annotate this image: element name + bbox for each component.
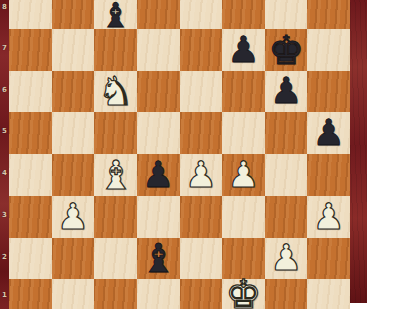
square-h1[interactable]	[307, 279, 350, 309]
square-a8[interactable]	[9, 0, 52, 29]
square-e1[interactable]	[180, 279, 223, 309]
square-a3[interactable]	[9, 196, 52, 238]
white-pawn-h3[interactable]: ♟	[313, 199, 345, 235]
square-c2[interactable]	[94, 238, 137, 280]
white-pawn-g2[interactable]: ♟	[270, 240, 302, 276]
square-g8[interactable]	[265, 0, 308, 29]
rank-label-7: 7	[0, 45, 9, 52]
square-a4[interactable]	[9, 154, 52, 196]
white-pawn-b3[interactable]: ♟	[57, 199, 89, 235]
square-e2[interactable]	[180, 238, 223, 280]
black-bishop-d2[interactable]: ♝	[140, 238, 176, 278]
square-h4[interactable]	[307, 154, 350, 196]
rank-label-5: 5	[0, 128, 9, 135]
square-g3[interactable]	[265, 196, 308, 238]
chess-diagram-page: 87654321 ♝♟♚♞♟♟♝♟♟♟♟♟♝♟♚	[0, 0, 414, 311]
square-g7[interactable]: ♚	[265, 29, 308, 71]
square-d5[interactable]	[137, 112, 180, 154]
white-pawn-f4[interactable]: ♟	[227, 157, 259, 193]
square-b5[interactable]	[52, 112, 95, 154]
square-c7[interactable]	[94, 29, 137, 71]
square-h8[interactable]	[307, 0, 350, 29]
black-pawn-g6[interactable]: ♟	[270, 73, 302, 109]
square-f8[interactable]	[222, 0, 265, 29]
square-a7[interactable]	[9, 29, 52, 71]
square-g5[interactable]	[265, 112, 308, 154]
square-c3[interactable]	[94, 196, 137, 238]
black-pawn-h5[interactable]: ♟	[313, 115, 345, 151]
square-b3[interactable]: ♟	[52, 196, 95, 238]
square-b6[interactable]	[52, 71, 95, 113]
square-d7[interactable]	[137, 29, 180, 71]
board-left-border: 87654321	[0, 0, 9, 309]
square-b1[interactable]	[52, 279, 95, 309]
white-knight-c6[interactable]: ♞	[98, 71, 134, 111]
white-pawn-e4[interactable]: ♟	[185, 157, 217, 193]
square-f6[interactable]	[222, 71, 265, 113]
chess-board: ♝♟♚♞♟♟♝♟♟♟♟♟♝♟♚	[9, 0, 350, 309]
white-king-f1[interactable]: ♚	[226, 274, 262, 309]
square-a2[interactable]	[9, 238, 52, 280]
square-c1[interactable]	[94, 279, 137, 309]
black-king-g7[interactable]: ♚	[268, 30, 304, 70]
square-g2[interactable]: ♟	[265, 238, 308, 280]
square-d2[interactable]: ♝	[137, 238, 180, 280]
square-h2[interactable]	[307, 238, 350, 280]
board-right-border	[350, 0, 367, 303]
square-a5[interactable]	[9, 112, 52, 154]
rank-label-1: 1	[0, 292, 9, 299]
square-h7[interactable]	[307, 29, 350, 71]
rank-label-3: 3	[0, 212, 9, 219]
square-c6[interactable]: ♞	[94, 71, 137, 113]
square-e6[interactable]	[180, 71, 223, 113]
square-f7[interactable]: ♟	[222, 29, 265, 71]
square-b2[interactable]	[52, 238, 95, 280]
square-d1[interactable]	[137, 279, 180, 309]
square-a6[interactable]	[9, 71, 52, 113]
rank-label-4: 4	[0, 170, 9, 177]
square-b8[interactable]	[52, 0, 95, 29]
square-f4[interactable]: ♟	[222, 154, 265, 196]
square-e7[interactable]	[180, 29, 223, 71]
rank-label-2: 2	[0, 254, 9, 261]
square-f1[interactable]: ♚	[222, 279, 265, 309]
square-d3[interactable]	[137, 196, 180, 238]
square-d8[interactable]	[137, 0, 180, 29]
rank-label-8: 8	[0, 4, 9, 11]
square-d4[interactable]: ♟	[137, 154, 180, 196]
square-g1[interactable]	[265, 279, 308, 309]
square-e5[interactable]	[180, 112, 223, 154]
square-c5[interactable]	[94, 112, 137, 154]
square-h5[interactable]: ♟	[307, 112, 350, 154]
square-f3[interactable]	[222, 196, 265, 238]
square-a1[interactable]	[9, 279, 52, 309]
square-b4[interactable]	[52, 154, 95, 196]
board-viewport: ♝♟♚♞♟♟♝♟♟♟♟♟♝♟♚	[9, 0, 350, 309]
square-e3[interactable]	[180, 196, 223, 238]
square-e8[interactable]	[180, 0, 223, 29]
square-c4[interactable]: ♝	[94, 154, 137, 196]
square-c8[interactable]: ♝	[94, 0, 137, 29]
square-g6[interactable]: ♟	[265, 71, 308, 113]
square-d6[interactable]	[137, 71, 180, 113]
white-bishop-c4[interactable]: ♝	[98, 155, 134, 195]
black-pawn-d4[interactable]: ♟	[142, 157, 174, 193]
rank-label-6: 6	[0, 87, 9, 94]
square-b7[interactable]	[52, 29, 95, 71]
square-f5[interactable]	[222, 112, 265, 154]
square-g4[interactable]	[265, 154, 308, 196]
black-pawn-f7[interactable]: ♟	[227, 32, 259, 68]
black-bishop-c8[interactable]: ♝	[100, 0, 130, 32]
square-e4[interactable]: ♟	[180, 154, 223, 196]
square-h6[interactable]	[307, 71, 350, 113]
square-h3[interactable]: ♟	[307, 196, 350, 238]
